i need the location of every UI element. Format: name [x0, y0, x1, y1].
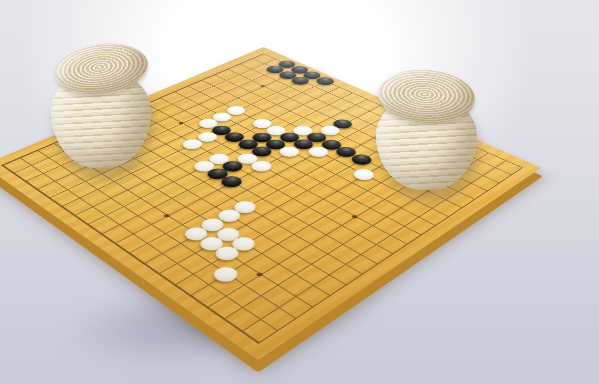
white-stone: [196, 234, 228, 253]
black-stone: [203, 166, 232, 181]
white-stone: [198, 216, 229, 234]
white-stone: [228, 235, 260, 254]
white-stone: [214, 207, 245, 224]
black-stone: [217, 174, 246, 190]
star-point: [351, 214, 359, 218]
white-stone: [213, 225, 244, 243]
white-stone: [211, 244, 243, 263]
go-photo-scene: [0, 0, 599, 384]
white-stone: [230, 199, 260, 216]
white-stone: [209, 264, 242, 285]
white-stone: [181, 225, 212, 243]
star-point: [163, 213, 171, 217]
stone-bowl-left: [50, 44, 152, 168]
stone-bowl-right: [374, 70, 478, 190]
star-point: [255, 272, 263, 277]
